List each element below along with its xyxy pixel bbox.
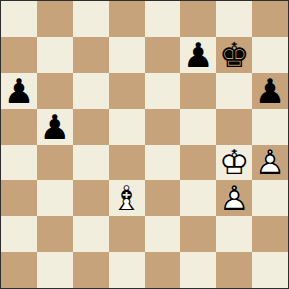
white-pawn: ♙ bbox=[252, 145, 288, 181]
square-f5[interactable] bbox=[180, 109, 216, 145]
white-pawn-fill: ♟ bbox=[216, 180, 252, 216]
black-pawn: ♟ bbox=[252, 73, 288, 109]
square-d1[interactable] bbox=[109, 252, 145, 288]
square-d5[interactable] bbox=[109, 109, 145, 145]
black-pawn: ♟ bbox=[1, 73, 37, 109]
square-f6[interactable] bbox=[180, 73, 216, 109]
square-a6[interactable]: ♟ bbox=[1, 73, 37, 109]
square-h3[interactable] bbox=[252, 180, 288, 216]
square-a5[interactable] bbox=[1, 109, 37, 145]
square-f8[interactable] bbox=[180, 1, 216, 37]
square-d2[interactable] bbox=[109, 216, 145, 252]
square-c3[interactable] bbox=[73, 180, 109, 216]
square-d6[interactable] bbox=[109, 73, 145, 109]
square-c6[interactable] bbox=[73, 73, 109, 109]
square-f4[interactable] bbox=[180, 145, 216, 181]
square-a7[interactable] bbox=[1, 37, 37, 73]
white-pawn: ♙ bbox=[216, 180, 252, 216]
square-c8[interactable] bbox=[73, 1, 109, 37]
square-b5[interactable]: ♟ bbox=[37, 109, 73, 145]
square-g8[interactable] bbox=[216, 1, 252, 37]
square-a8[interactable] bbox=[1, 1, 37, 37]
square-h1[interactable] bbox=[252, 252, 288, 288]
square-g6[interactable] bbox=[216, 73, 252, 109]
square-g4[interactable]: ♚♔ bbox=[216, 145, 252, 181]
square-e2[interactable] bbox=[145, 216, 181, 252]
chess-board: ♟♚♟♟♟♚♔♟♙♝♗♟♙ bbox=[0, 0, 289, 289]
square-f2[interactable] bbox=[180, 216, 216, 252]
square-g3[interactable]: ♟♙ bbox=[216, 180, 252, 216]
square-f7[interactable]: ♟ bbox=[180, 37, 216, 73]
square-f1[interactable] bbox=[180, 252, 216, 288]
square-d4[interactable] bbox=[109, 145, 145, 181]
square-c5[interactable] bbox=[73, 109, 109, 145]
square-b1[interactable] bbox=[37, 252, 73, 288]
square-g2[interactable] bbox=[216, 216, 252, 252]
black-pawn: ♟ bbox=[37, 109, 73, 145]
square-h8[interactable] bbox=[252, 1, 288, 37]
square-a4[interactable] bbox=[1, 145, 37, 181]
square-d8[interactable] bbox=[109, 1, 145, 37]
square-b4[interactable] bbox=[37, 145, 73, 181]
square-h7[interactable] bbox=[252, 37, 288, 73]
square-h5[interactable] bbox=[252, 109, 288, 145]
white-bishop-fill: ♝ bbox=[109, 180, 145, 216]
square-h4[interactable]: ♟♙ bbox=[252, 145, 288, 181]
square-b3[interactable] bbox=[37, 180, 73, 216]
square-g1[interactable] bbox=[216, 252, 252, 288]
black-pawn: ♟ bbox=[180, 37, 216, 73]
square-c4[interactable] bbox=[73, 145, 109, 181]
square-e7[interactable] bbox=[145, 37, 181, 73]
square-e1[interactable] bbox=[145, 252, 181, 288]
square-b7[interactable] bbox=[37, 37, 73, 73]
square-h6[interactable]: ♟ bbox=[252, 73, 288, 109]
square-b6[interactable] bbox=[37, 73, 73, 109]
square-e5[interactable] bbox=[145, 109, 181, 145]
square-f3[interactable] bbox=[180, 180, 216, 216]
square-e4[interactable] bbox=[145, 145, 181, 181]
square-e6[interactable] bbox=[145, 73, 181, 109]
square-a3[interactable] bbox=[1, 180, 37, 216]
square-g5[interactable] bbox=[216, 109, 252, 145]
white-king-fill: ♚ bbox=[216, 145, 252, 181]
white-bishop: ♗ bbox=[109, 180, 145, 216]
square-c7[interactable] bbox=[73, 37, 109, 73]
square-c2[interactable] bbox=[73, 216, 109, 252]
black-king: ♚ bbox=[216, 37, 252, 73]
square-h2[interactable] bbox=[252, 216, 288, 252]
square-a1[interactable] bbox=[1, 252, 37, 288]
white-king: ♔ bbox=[216, 145, 252, 181]
square-g7[interactable]: ♚ bbox=[216, 37, 252, 73]
square-a2[interactable] bbox=[1, 216, 37, 252]
square-e8[interactable] bbox=[145, 1, 181, 37]
square-d3[interactable]: ♝♗ bbox=[109, 180, 145, 216]
square-c1[interactable] bbox=[73, 252, 109, 288]
square-b8[interactable] bbox=[37, 1, 73, 37]
square-b2[interactable] bbox=[37, 216, 73, 252]
square-d7[interactable] bbox=[109, 37, 145, 73]
square-e3[interactable] bbox=[145, 180, 181, 216]
white-pawn-fill: ♟ bbox=[252, 145, 288, 181]
